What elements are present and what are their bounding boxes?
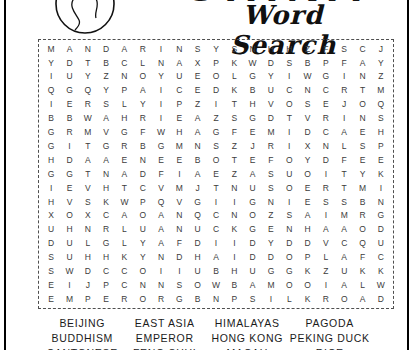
grid-cell: B — [353, 195, 371, 209]
word-list-item: PAGODA — [289, 316, 372, 331]
grid-cell: N — [353, 70, 371, 84]
grid-cell: Y — [134, 237, 152, 251]
grid-cell: Y — [298, 153, 316, 167]
grid-cell: S — [42, 250, 60, 264]
grid-cell: D — [298, 237, 316, 251]
grid-cell: S — [335, 195, 353, 209]
grid-cell: I — [207, 195, 225, 209]
grid-cell: H — [115, 111, 133, 125]
grid-cell: R — [134, 111, 152, 125]
grid-cell: S — [262, 181, 280, 195]
grid-cell: E — [170, 153, 188, 167]
grid-cell: H — [298, 223, 316, 237]
grid-cell: N — [170, 209, 188, 223]
grid-cell: Y — [134, 250, 152, 264]
grid-cell: U — [60, 70, 78, 84]
grid-cell: A — [115, 167, 133, 181]
grid-cell: S — [280, 56, 298, 70]
grid-cell: B — [207, 264, 225, 278]
grid-cell: H — [262, 42, 280, 56]
grid-cell: A — [298, 209, 316, 223]
grid-cell: L — [115, 237, 133, 251]
grid-cell: X — [189, 56, 207, 70]
grid-cell: Z — [225, 167, 243, 181]
grid-cell: O — [134, 70, 152, 84]
grid-cell: F — [353, 250, 371, 264]
grid-cell: H — [280, 42, 298, 56]
grid-cell: P — [134, 195, 152, 209]
grid-cell: C — [317, 125, 335, 139]
globe-icon — [53, 0, 117, 36]
grid-cell: S — [225, 42, 243, 56]
grid-cell: Q — [79, 84, 97, 98]
grid-cell: D — [262, 56, 280, 70]
grid-cell: U — [189, 223, 207, 237]
grid-cell: P — [207, 56, 225, 70]
grid-cell: S — [317, 195, 335, 209]
grid-cell: N — [225, 209, 243, 223]
grid-cell: B — [298, 56, 316, 70]
grid-cell: Z — [372, 70, 390, 84]
grid-cell: N — [170, 223, 188, 237]
grid-cell: H — [372, 125, 390, 139]
grid-cell: U — [372, 237, 390, 251]
grid-cell: E — [372, 153, 390, 167]
grid-cell: X — [79, 209, 97, 223]
grid-cell: D — [372, 292, 390, 306]
grid-cell: D — [170, 250, 188, 264]
grid-cell: W — [60, 264, 78, 278]
word-list-item: RICE — [289, 346, 372, 350]
grid-cell: O — [134, 292, 152, 306]
grid-cell: G — [60, 84, 78, 98]
grid-cell: J — [189, 181, 207, 195]
word-list-row: CANTONESEFENG SHUIMACAURICE — [41, 346, 371, 350]
grid-cell: K — [225, 56, 243, 70]
grid-cell: I — [317, 167, 335, 181]
grid-cell: O — [60, 209, 78, 223]
grid-cell: J — [79, 278, 97, 292]
grid-cell: R — [335, 84, 353, 98]
grid-cell: I — [60, 278, 78, 292]
grid-cell: E — [298, 195, 316, 209]
grid-cell: A — [152, 237, 170, 251]
grid-cell: L — [134, 56, 152, 70]
grid-cell: Q — [353, 237, 371, 251]
grid-cell: M — [262, 278, 280, 292]
grid-cell: L — [79, 237, 97, 251]
grid-cell: I — [207, 98, 225, 112]
grid-cell: S — [97, 98, 115, 112]
grid-cell: Y — [262, 237, 280, 251]
grid-cell: E — [317, 98, 335, 112]
grid-cell: T — [207, 181, 225, 195]
grid-cell: N — [225, 181, 243, 195]
grid-cell: G — [42, 125, 60, 139]
grid-cell: N — [152, 278, 170, 292]
grid-cell: Q — [189, 209, 207, 223]
grid-cell: E — [170, 111, 188, 125]
grid-cell: C — [207, 223, 225, 237]
grid-cell: N — [79, 223, 97, 237]
grid-cell: I — [42, 70, 60, 84]
grid-cell: D — [262, 111, 280, 125]
grid-cell: R — [317, 181, 335, 195]
grid-cell: E — [115, 153, 133, 167]
grid-cell: A — [189, 111, 207, 125]
grid-cell: S — [280, 209, 298, 223]
grid-cell: P — [115, 84, 133, 98]
grid-cell: R — [353, 209, 371, 223]
grid-cell: T — [335, 167, 353, 181]
grid-cell: I — [262, 292, 280, 306]
grid-cell: E — [298, 181, 316, 195]
grid-cell: C — [115, 278, 133, 292]
grid-cell: E — [262, 223, 280, 237]
grid-cell: X — [298, 139, 316, 153]
grid-cell: G — [170, 292, 188, 306]
grid-cell: Y — [152, 70, 170, 84]
grid-cell: G — [243, 223, 261, 237]
grid-cell: D — [280, 237, 298, 251]
grid-cell: N — [353, 111, 371, 125]
page-border-right — [407, 0, 409, 350]
grid-cell: H — [97, 181, 115, 195]
grid-cell: O — [298, 167, 316, 181]
grid-cell: Y — [42, 56, 60, 70]
grid-cell: B — [97, 56, 115, 70]
grid-cell: N — [152, 250, 170, 264]
grid-cell: E — [60, 98, 78, 112]
word-list-item: MACAU — [206, 346, 289, 350]
grid-cell: T — [280, 111, 298, 125]
grid-cell: U — [243, 264, 261, 278]
grid-cell: Q — [372, 98, 390, 112]
worksheet-page: CHINA Word Search MANDARINSYSNHHZFSCJYDT… — [0, 0, 412, 350]
grid-cell: K — [225, 84, 243, 98]
grid-cell: R — [317, 111, 335, 125]
grid-cell: O — [280, 153, 298, 167]
grid-cell: N — [134, 278, 152, 292]
grid-cell: G — [115, 125, 133, 139]
grid-cell: R — [79, 98, 97, 112]
word-list-item: BEIJING — [41, 316, 124, 331]
grid-cell: S — [207, 139, 225, 153]
word-list-row: BUDDHISMEMPERORHONG KONGPEKING DUCK — [41, 331, 371, 346]
grid-cell: H — [170, 125, 188, 139]
grid-cell: M — [262, 125, 280, 139]
grid-cell: C — [280, 84, 298, 98]
grid-cell: P — [372, 139, 390, 153]
grid-cell: P — [170, 98, 188, 112]
grid-cell: K — [225, 223, 243, 237]
grid-cell: M — [170, 181, 188, 195]
grid-cell: F — [335, 56, 353, 70]
grid-cell: V — [262, 98, 280, 112]
grid-cell: N — [134, 153, 152, 167]
word-list-item: EAST ASIA — [124, 316, 207, 331]
grid-cell: Z — [298, 42, 316, 56]
grid-cell: Q — [152, 195, 170, 209]
grid-cell: L — [280, 292, 298, 306]
grid-cell: P — [317, 56, 335, 70]
grid-cell: S — [225, 111, 243, 125]
grid-cell: A — [335, 278, 353, 292]
grid-cell: B — [225, 278, 243, 292]
grid-cell: N — [97, 167, 115, 181]
grid-cell: A — [243, 167, 261, 181]
grid-cell: G — [243, 111, 261, 125]
grid-cell: H — [225, 264, 243, 278]
grid-cell: I — [152, 42, 170, 56]
grid-cell: I — [60, 139, 78, 153]
grid-cell: W — [298, 70, 316, 84]
grid-cell: F — [317, 42, 335, 56]
grid-cell: I — [225, 195, 243, 209]
grid-cell: K — [353, 264, 371, 278]
grid-cell: P — [298, 250, 316, 264]
grid-cell: U — [134, 223, 152, 237]
grid-cell: T — [353, 84, 371, 98]
grid-cell: W — [152, 125, 170, 139]
grid-cell: I — [280, 70, 298, 84]
word-list-item: CANTONESE — [41, 346, 124, 350]
grid-cell: P — [79, 292, 97, 306]
grid-cell: Y — [134, 98, 152, 112]
word-list-row: BEIJINGEAST ASIAHIMALAYASPAGODA — [41, 316, 371, 331]
grid-cell: I — [280, 139, 298, 153]
grid-cell: W — [207, 278, 225, 292]
grid-cell: U — [280, 167, 298, 181]
grid-cell: U — [335, 264, 353, 278]
grid-cell: A — [60, 42, 78, 56]
grid-cell: K — [115, 250, 133, 264]
grid-cell: T — [79, 167, 97, 181]
grid-cell: P — [97, 278, 115, 292]
grid-cell: H — [42, 153, 60, 167]
grid-cell: W — [79, 111, 97, 125]
grid-cell: A — [79, 153, 97, 167]
grid-cell: F — [152, 167, 170, 181]
grid-cell: I — [335, 111, 353, 125]
grid-cell: R — [317, 292, 335, 306]
grid-cell: M — [60, 292, 78, 306]
grid-cell: Y — [97, 84, 115, 98]
grid-cell: A — [353, 56, 371, 70]
grid-cell: O — [353, 223, 371, 237]
grid-cell: I — [152, 111, 170, 125]
grid-cell: O — [189, 278, 207, 292]
grid-cell: I — [372, 181, 390, 195]
grid-cell: C — [97, 264, 115, 278]
grid-cell: T — [335, 181, 353, 195]
grid-cell: A — [97, 111, 115, 125]
grid-cell: O — [280, 98, 298, 112]
grid-cell: D — [60, 153, 78, 167]
grid-cell: L — [225, 70, 243, 84]
grid-cell: E — [353, 153, 371, 167]
grid-cell: N — [79, 42, 97, 56]
grid-cell: A — [152, 209, 170, 223]
grid-cell: M — [42, 42, 60, 56]
grid-cell: G — [262, 264, 280, 278]
grid-cell: O — [280, 278, 298, 292]
grid-cell: S — [353, 139, 371, 153]
grid-cell: U — [60, 250, 78, 264]
grid-cell: V — [79, 181, 97, 195]
grid-cell: Y — [207, 42, 225, 56]
grid-cell: N — [152, 56, 170, 70]
grid-cell: A — [335, 223, 353, 237]
grid-cell: A — [97, 153, 115, 167]
grid-cell: G — [243, 195, 261, 209]
grid-cell: K — [372, 167, 390, 181]
grid-cell: A — [152, 223, 170, 237]
grid-cell: R — [60, 125, 78, 139]
grid-cell: I — [207, 237, 225, 251]
grid-cell: A — [353, 292, 371, 306]
grid-cell: G — [207, 125, 225, 139]
grid-cell: M — [335, 209, 353, 223]
grid-cell: C — [335, 237, 353, 251]
grid-cell: A — [170, 56, 188, 70]
grid-cell: O — [243, 209, 261, 223]
word-list-item: HIMALAYAS — [206, 316, 289, 331]
grid-cell: G — [97, 139, 115, 153]
grid-cell: I — [152, 84, 170, 98]
word-list-item: BUDDHISM — [41, 331, 124, 346]
grid-cell: O — [134, 209, 152, 223]
grid-cell: M — [170, 139, 188, 153]
grid-cell: D — [243, 237, 261, 251]
grid-cell: M — [353, 181, 371, 195]
grid-cell: I — [225, 250, 243, 264]
grid-cell: J — [335, 98, 353, 112]
grid-cell: S — [298, 98, 316, 112]
grid-cell: S — [42, 264, 60, 278]
grid-cell: E — [42, 292, 60, 306]
grid-cell: C — [372, 250, 390, 264]
grid-cell: O — [280, 181, 298, 195]
grid-cell: D — [317, 153, 335, 167]
grid-cell: K — [298, 292, 316, 306]
grid-cell: E — [207, 167, 225, 181]
grid-cell: U — [243, 181, 261, 195]
grid-cell: N — [372, 195, 390, 209]
grid-cell: J — [372, 42, 390, 56]
grid-cell: I — [335, 70, 353, 84]
grid-cell: I — [170, 167, 188, 181]
word-list-item: HONG KONG — [206, 331, 289, 346]
grid-cell: D — [372, 223, 390, 237]
grid-cell: G — [152, 139, 170, 153]
grid-cell: G — [42, 139, 60, 153]
grid-cell: E — [189, 70, 207, 84]
grid-cell: D — [42, 237, 60, 251]
grid-cell: U — [60, 237, 78, 251]
grid-cell: I — [152, 98, 170, 112]
grid-cell: F — [335, 153, 353, 167]
grid-cell: G — [317, 70, 335, 84]
grid-cell: E — [152, 153, 170, 167]
grid-cell: N — [115, 70, 133, 84]
page-border-left — [4, 0, 6, 350]
grid-cell: V — [298, 111, 316, 125]
grid-cell: Z — [189, 98, 207, 112]
grid-cell: F — [225, 125, 243, 139]
word-list: BEIJINGEAST ASIAHIMALAYASPAGODABUDDHISME… — [41, 316, 371, 350]
word-list-item: FENG SHUI — [124, 346, 207, 350]
grid-cell: I — [317, 209, 335, 223]
grid-cell: N — [262, 195, 280, 209]
grid-cell: O — [353, 98, 371, 112]
grid-cell: N — [189, 139, 207, 153]
grid-cell: T — [79, 139, 97, 153]
grid-cell: I — [170, 264, 188, 278]
grid-cell: A — [317, 223, 335, 237]
grid-cell: W — [372, 278, 390, 292]
grid-cell: S — [335, 42, 353, 56]
grid-cell: L — [115, 98, 133, 112]
grid-cell: M — [372, 84, 390, 98]
grid-cell: T — [225, 153, 243, 167]
grid-cell: D — [243, 250, 261, 264]
grid-cell: S — [189, 42, 207, 56]
grid-cell: A — [189, 167, 207, 181]
grid-cell: C — [353, 42, 371, 56]
grid-cell: G — [60, 167, 78, 181]
grid-cell: C — [207, 209, 225, 223]
grid-cell: E — [189, 84, 207, 98]
grid-cell: G — [189, 195, 207, 209]
grid-cell: C — [97, 209, 115, 223]
grid-cell: C — [170, 84, 188, 98]
grid-cell: U — [42, 223, 60, 237]
grid-cell: A — [115, 209, 133, 223]
grid-cell: K — [298, 264, 316, 278]
grid-cell: Y — [262, 70, 280, 84]
grid-cell: H — [60, 223, 78, 237]
grid-cell: D — [298, 125, 316, 139]
grid-cell: G — [243, 70, 261, 84]
grid-cell: D — [79, 264, 97, 278]
grid-cell: L — [335, 139, 353, 153]
grid-cell: N — [280, 223, 298, 237]
grid-cell: I — [42, 181, 60, 195]
grid-cell: O — [280, 250, 298, 264]
grid-cell: V — [152, 181, 170, 195]
grid-cell: Z — [97, 70, 115, 84]
grid-cell: I — [42, 98, 60, 112]
grid-cell: P — [225, 292, 243, 306]
grid-cell: O — [134, 264, 152, 278]
grid-cell: Z — [207, 111, 225, 125]
grid-cell: L — [115, 223, 133, 237]
grid-cell: U — [262, 84, 280, 98]
grid-cell: E — [243, 125, 261, 139]
grid-cell: B — [134, 139, 152, 153]
grid-cell: E — [97, 292, 115, 306]
grid-cell: G — [42, 167, 60, 181]
grid-cell: S — [372, 111, 390, 125]
grid-cell: G — [280, 264, 298, 278]
grid-cell: L — [353, 278, 371, 292]
grid-cell: D — [262, 250, 280, 264]
grid-cell: I — [280, 195, 298, 209]
grid-cell: L — [317, 250, 335, 264]
grid-cell: A — [115, 42, 133, 56]
grid-cell: S — [243, 292, 261, 306]
